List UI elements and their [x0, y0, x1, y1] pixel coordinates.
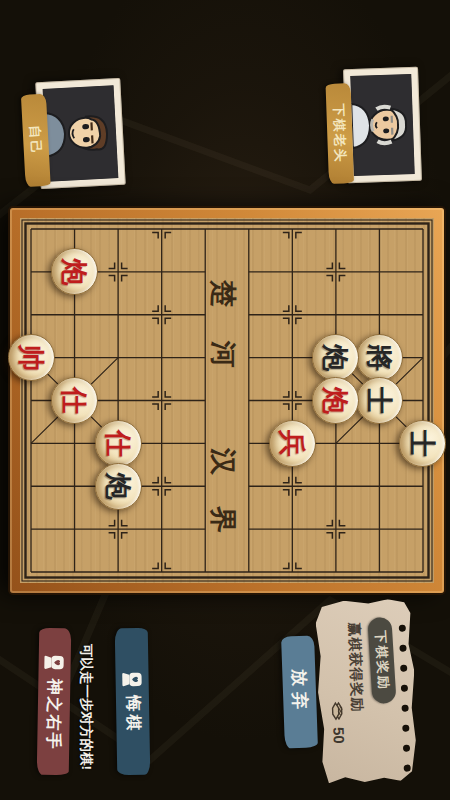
hint-text: 可以走一步对方的棋! — [77, 622, 95, 792]
give-up-label: 放弃 — [287, 669, 312, 716]
reward-amount: 50 — [330, 727, 348, 744]
opponent-avatar-image — [350, 74, 414, 176]
self-name: 自己 — [26, 125, 46, 156]
opponent-name-banner: 下棋老头 — [326, 83, 354, 184]
piece-red-advisor[interactable]: 仕 — [51, 377, 98, 424]
xiangqi-board[interactable]: 楚河 汉界 士將士炮炮兵仕炮炮仕帅 — [10, 208, 444, 593]
piece-black-advisor[interactable]: 士 — [356, 377, 403, 424]
paper-binder-holes — [399, 625, 411, 772]
game-screen: 下棋老头 — [0, 0, 450, 800]
landscape-rotated-container: 下棋老头 — [0, 0, 450, 800]
opponent-name: 下棋老头 — [330, 103, 350, 164]
reward-title-badge: 下棋奖励 — [367, 617, 396, 704]
piece-red-pawn[interactable]: 兵 — [269, 420, 316, 467]
reward-body-text: 赢棋获得奖励 — [345, 622, 366, 713]
river-label-hanjie: 汉界 — [205, 448, 241, 564]
chess-piece-heart-icon — [44, 652, 65, 671]
piece-red-general[interactable]: 帅 — [8, 334, 55, 381]
undo-move-button[interactable]: 悔棋 — [115, 628, 151, 776]
opponent-photo-frame — [343, 67, 422, 184]
river-label-chuhe: 楚河 — [205, 280, 241, 402]
god-hand-label: 神之右手 — [43, 678, 65, 750]
chess-piece-heart-icon — [121, 669, 142, 688]
reward-amount-row: 50 — [328, 699, 349, 744]
gold-coin-stack-icon — [328, 699, 348, 724]
piece-black-cannon[interactable]: 炮 — [95, 463, 142, 510]
self-avatar-card: 自己 — [35, 78, 125, 189]
god-hand-button[interactable]: 神之右手 — [37, 628, 72, 776]
undo-move-label: 悔棋 — [122, 695, 144, 733]
piece-red-advisor[interactable]: 仕 — [95, 420, 142, 467]
reward-note: 下棋奖励 赢棋获得奖励 50 — [315, 598, 418, 783]
piece-black-general[interactable]: 將 — [356, 334, 403, 381]
self-avatar-image — [43, 85, 119, 182]
opponent-avatar-card: 下棋老头 — [343, 67, 422, 184]
give-up-button[interactable]: 放弃 — [281, 635, 318, 748]
self-name-banner: 自己 — [21, 94, 51, 187]
